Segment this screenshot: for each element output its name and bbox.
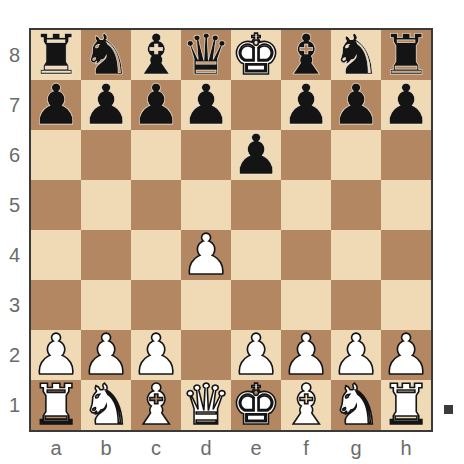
square-f5[interactable]: [281, 180, 331, 230]
square-d1[interactable]: ♛: [181, 380, 231, 430]
file-label-d: d: [181, 433, 231, 463]
square-f1[interactable]: ♝: [281, 380, 331, 430]
square-g6[interactable]: [331, 130, 381, 180]
black-pawn-c7[interactable]: ♟: [131, 80, 181, 130]
square-c6[interactable]: [131, 130, 181, 180]
file-label-h: h: [381, 433, 431, 463]
square-g7[interactable]: ♟: [331, 80, 381, 130]
square-d6[interactable]: [181, 130, 231, 180]
board[interactable]: ♜♞♝♛♚♝♞♜♟♟♟♟♟♟♟♟♟♟♟♟♟♟♟♟♜♞♝♛♚♝♞♜: [31, 30, 431, 430]
square-d3[interactable]: [181, 280, 231, 330]
square-e8[interactable]: ♚: [231, 30, 281, 80]
rank-label-4: 4: [0, 230, 29, 280]
square-g5[interactable]: [331, 180, 381, 230]
black-king-e8[interactable]: ♚: [231, 30, 281, 80]
white-rook-h1[interactable]: ♜: [381, 380, 431, 430]
file-label-c: c: [131, 433, 181, 463]
square-f7[interactable]: ♟: [281, 80, 331, 130]
square-e5[interactable]: [231, 180, 281, 230]
file-label-b: b: [81, 433, 131, 463]
file-label-a: a: [31, 433, 81, 463]
file-label-f: f: [281, 433, 331, 463]
square-h7[interactable]: ♟: [381, 80, 431, 130]
file-label-e: e: [231, 433, 281, 463]
side-to-move-indicator: [444, 405, 453, 414]
rank-labels: 87654321: [0, 30, 29, 430]
black-pawn-a7[interactable]: ♟: [31, 80, 81, 130]
square-d7[interactable]: ♟: [181, 80, 231, 130]
black-pawn-g7[interactable]: ♟: [331, 80, 381, 130]
square-f6[interactable]: [281, 130, 331, 180]
chess-app-screen: 87654321 ♜♞♝♛♚♝♞♜♟♟♟♟♟♟♟♟♟♟♟♟♟♟♟♟♜♞♝♛♚♝♞…: [0, 0, 464, 464]
black-pawn-b7[interactable]: ♟: [81, 80, 131, 130]
white-rook-a1[interactable]: ♜: [31, 380, 81, 430]
square-g1[interactable]: ♞: [331, 380, 381, 430]
file-label-g: g: [331, 433, 381, 463]
rank-label-2: 2: [0, 330, 29, 380]
white-knight-b1[interactable]: ♞: [81, 380, 131, 430]
black-pawn-d7[interactable]: ♟: [181, 80, 231, 130]
black-pawn-e6[interactable]: ♟: [231, 130, 281, 180]
board-frame: ♜♞♝♛♚♝♞♜♟♟♟♟♟♟♟♟♟♟♟♟♟♟♟♟♜♞♝♛♚♝♞♜: [29, 28, 433, 432]
square-b1[interactable]: ♞: [81, 380, 131, 430]
square-a5[interactable]: [31, 180, 81, 230]
rank-label-8: 8: [0, 30, 29, 80]
rank-label-5: 5: [0, 180, 29, 230]
white-king-e1[interactable]: ♚: [231, 380, 281, 430]
rank-label-6: 6: [0, 130, 29, 180]
rank-label-7: 7: [0, 80, 29, 130]
square-a1[interactable]: ♜: [31, 380, 81, 430]
square-c7[interactable]: ♟: [131, 80, 181, 130]
rank-label-1: 1: [0, 380, 29, 430]
square-a4[interactable]: [31, 230, 81, 280]
white-pawn-d4[interactable]: ♟: [181, 230, 231, 280]
square-a6[interactable]: [31, 130, 81, 180]
white-knight-g1[interactable]: ♞: [331, 380, 381, 430]
square-g4[interactable]: [331, 230, 381, 280]
square-c5[interactable]: [131, 180, 181, 230]
file-labels: abcdefgh: [31, 433, 431, 463]
square-h4[interactable]: [381, 230, 431, 280]
white-bishop-f1[interactable]: ♝: [281, 380, 331, 430]
square-b4[interactable]: [81, 230, 131, 280]
square-a7[interactable]: ♟: [31, 80, 81, 130]
square-e6[interactable]: ♟: [231, 130, 281, 180]
square-e4[interactable]: [231, 230, 281, 280]
square-c4[interactable]: [131, 230, 181, 280]
square-b7[interactable]: ♟: [81, 80, 131, 130]
square-f4[interactable]: [281, 230, 331, 280]
square-h1[interactable]: ♜: [381, 380, 431, 430]
square-e1[interactable]: ♚: [231, 380, 281, 430]
white-bishop-c1[interactable]: ♝: [131, 380, 181, 430]
square-h6[interactable]: [381, 130, 431, 180]
rank-label-3: 3: [0, 280, 29, 330]
square-d4[interactable]: ♟: [181, 230, 231, 280]
square-b6[interactable]: [81, 130, 131, 180]
square-c1[interactable]: ♝: [131, 380, 181, 430]
square-h5[interactable]: [381, 180, 431, 230]
square-b5[interactable]: [81, 180, 131, 230]
white-queen-d1[interactable]: ♛: [181, 380, 231, 430]
black-pawn-h7[interactable]: ♟: [381, 80, 431, 130]
black-pawn-f7[interactable]: ♟: [281, 80, 331, 130]
